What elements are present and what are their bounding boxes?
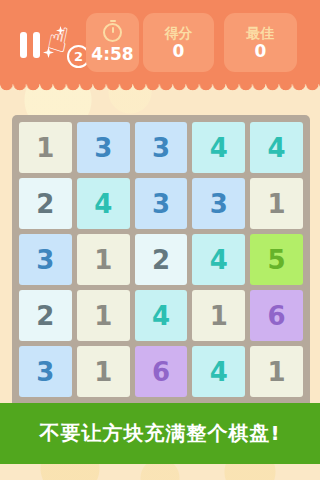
timer-value: 4:58	[91, 46, 133, 63]
board-cell-r4c5[interactable]: 6	[250, 290, 303, 341]
timer-card: 4:58	[86, 13, 139, 72]
board-cell-r4c2[interactable]: 1	[77, 290, 130, 341]
pause-icon	[20, 32, 27, 58]
board-cell-r1c4[interactable]: 4	[192, 122, 245, 173]
board-cell-r2c1[interactable]: 2	[19, 178, 72, 229]
best-value: 0	[255, 43, 267, 60]
score-label: 得分	[165, 26, 193, 40]
board-cell-r2c4[interactable]: 3	[192, 178, 245, 229]
board-cell-r5c2[interactable]: 1	[77, 346, 130, 397]
board-cell-r1c1[interactable]: 1	[19, 122, 72, 173]
board-cell-r3c3[interactable]: 2	[135, 234, 188, 285]
board-cell-r1c2[interactable]: 3	[77, 122, 130, 173]
board-cell-r5c3[interactable]: 6	[135, 346, 188, 397]
board-cell-r1c5[interactable]: 4	[250, 122, 303, 173]
hint-button[interactable]: ☝ 2	[44, 24, 90, 70]
best-label: 最佳	[247, 26, 275, 40]
board-cell-r3c1[interactable]: 3	[19, 234, 72, 285]
score-card: 得分 0	[143, 13, 214, 72]
pause-icon	[33, 32, 40, 58]
board-cell-r5c4[interactable]: 4	[192, 346, 245, 397]
game-board: 1334424331312452141631641	[12, 115, 310, 409]
board-cell-r2c3[interactable]: 3	[135, 178, 188, 229]
top-bar-scallop-edge	[0, 84, 320, 92]
board-cell-r4c3[interactable]: 4	[135, 290, 188, 341]
board-cell-r3c4[interactable]: 4	[192, 234, 245, 285]
board-cell-r2c5[interactable]: 1	[250, 178, 303, 229]
board-cell-r3c5[interactable]: 5	[250, 234, 303, 285]
board-cell-r3c2[interactable]: 1	[77, 234, 130, 285]
warning-banner: 不要让方块充满整个棋盘!	[0, 403, 320, 464]
pause-button[interactable]	[20, 32, 40, 58]
best-card: 最佳 0	[224, 13, 297, 72]
board-cell-r4c1[interactable]: 2	[19, 290, 72, 341]
board-cell-r1c3[interactable]: 3	[135, 122, 188, 173]
board-cell-r4c4[interactable]: 1	[192, 290, 245, 341]
warning-banner-text: 不要让方块充满整个棋盘!	[39, 420, 280, 447]
board-cell-r2c2[interactable]: 4	[77, 178, 130, 229]
score-value: 0	[173, 43, 185, 60]
game-screen: ☝ 2 4:58 得分 0 最佳 0 133442433131245214163…	[0, 0, 320, 480]
stopwatch-icon	[103, 23, 122, 42]
board-cell-r5c1[interactable]: 3	[19, 346, 72, 397]
board-cell-r5c5[interactable]: 1	[250, 346, 303, 397]
